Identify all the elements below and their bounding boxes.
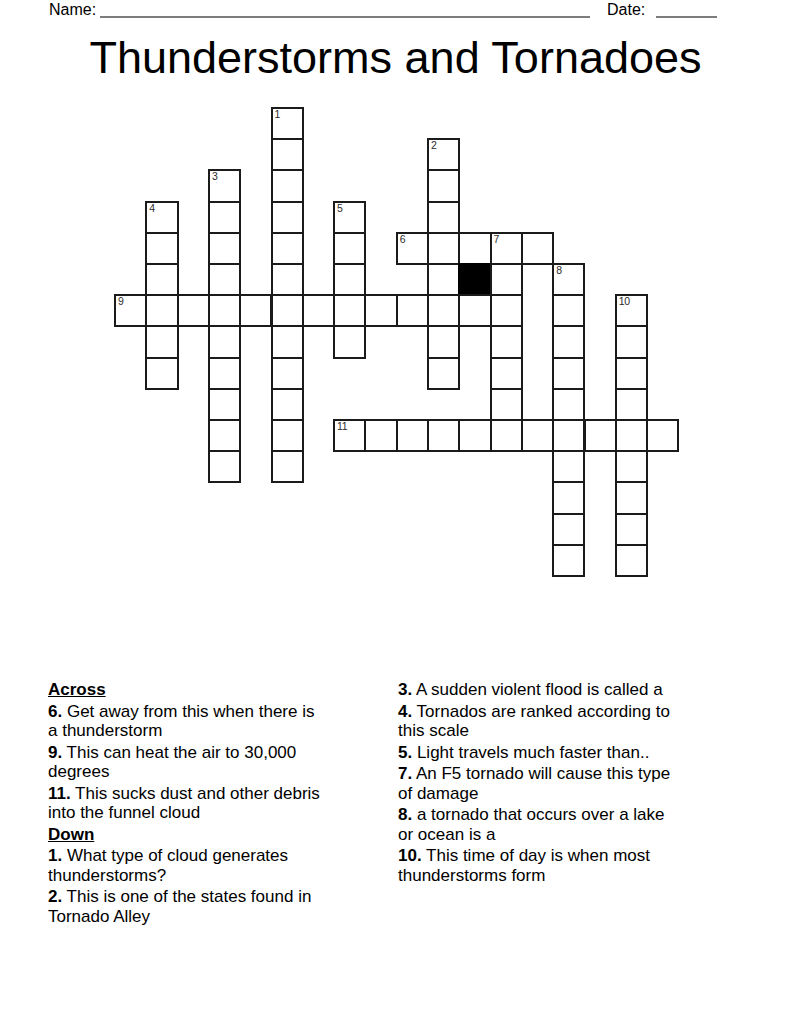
grid-cell-r12c16[interactable]	[615, 481, 648, 514]
grid-cell-r10c15[interactable]	[584, 419, 617, 452]
grid-cell-r4c3[interactable]	[208, 232, 241, 265]
clue-down-4: 4. Tornados are ranked according to this…	[398, 702, 776, 741]
grid-cell-r4c13[interactable]	[521, 232, 554, 265]
cell-number-11: 11	[337, 421, 347, 432]
grid-cell-r7c16[interactable]	[615, 325, 648, 358]
grid-cell-r4c7[interactable]	[333, 232, 366, 265]
clue-text: Light travels much faster than..	[412, 743, 649, 762]
clue-text: This is one of the states found in Torna…	[48, 887, 311, 926]
grid-cell-r10c5[interactable]	[271, 419, 304, 452]
grid-cell-r2c10[interactable]	[427, 169, 460, 202]
grid-cell-r1c10[interactable]: 2	[427, 138, 460, 171]
grid-cell-r7c3[interactable]	[208, 325, 241, 358]
clue-number: 6.	[48, 702, 62, 721]
across-clues-list: 6. Get away from this when there is a th…	[48, 702, 410, 823]
clue-text: What type of cloud generates thunderstor…	[48, 846, 288, 885]
grid-cell-r6c7[interactable]	[333, 294, 366, 327]
grid-cell-r9c3[interactable]	[208, 388, 241, 421]
grid-cell-r5c7[interactable]	[333, 263, 366, 296]
clue-down-1: 1. What type of cloud generates thunders…	[48, 846, 410, 885]
grid-cell-r7c12[interactable]	[490, 325, 523, 358]
grid-cell-r5c10[interactable]	[427, 263, 460, 296]
grid-cell-r10c9[interactable]	[396, 419, 429, 452]
grid-cell-r11c3[interactable]	[208, 450, 241, 483]
cell-number-1: 1	[275, 109, 281, 120]
clue-number: 7.	[398, 764, 412, 783]
clue-down-10: 10. This time of day is when most thunde…	[398, 846, 776, 885]
down-clues-list-left: 1. What type of cloud generates thunders…	[48, 846, 410, 926]
clue-number: 10.	[398, 846, 422, 865]
clue-text: Tornados are ranked according to this sc…	[398, 702, 670, 741]
clue-text: A sudden violent flood is called a	[412, 680, 662, 699]
worksheet-page: Name: Date: Thunderstorms and Tornadoes …	[0, 0, 791, 1024]
grid-cell-r10c3[interactable]	[208, 419, 241, 452]
grid-cell-r9c5[interactable]	[271, 388, 304, 421]
grid-cell-r13c14[interactable]	[552, 513, 585, 546]
grid-cell-r4c9[interactable]: 6	[396, 232, 429, 265]
grid-cell-r8c1[interactable]	[145, 357, 178, 390]
grid-cell-r10c13[interactable]	[521, 419, 554, 452]
grid-cell-r8c12[interactable]	[490, 357, 523, 390]
grid-cell-r0c5[interactable]: 1	[271, 107, 304, 140]
clues-column-right: 3. A sudden violent flood is called a4. …	[398, 680, 776, 887]
grid-cell-r4c5[interactable]	[271, 232, 304, 265]
clue-number: 3.	[398, 680, 412, 699]
clue-text: a tornado that occurs over a lake or oce…	[398, 805, 665, 844]
clue-number: 9.	[48, 743, 62, 762]
grid-cell-r3c3[interactable]	[208, 201, 241, 234]
cell-number-4: 4	[149, 203, 155, 214]
grid-cell-r5c1[interactable]	[145, 263, 178, 296]
grid-cell-r12c14[interactable]	[552, 481, 585, 514]
grid-cell-r2c3[interactable]: 3	[208, 169, 241, 202]
clue-across-6: 6. Get away from this when there is a th…	[48, 702, 410, 741]
down-heading: Down	[48, 825, 410, 845]
clue-text: An F5 tornado will cause this type of da…	[398, 764, 670, 803]
clue-number: 11.	[48, 784, 71, 803]
across-heading: Across	[48, 680, 410, 700]
cell-number-3: 3	[212, 171, 218, 182]
date-label: Date:	[607, 1, 645, 19]
grid-cell-r6c1[interactable]	[145, 294, 178, 327]
grid-cell-r10c16[interactable]	[615, 419, 648, 452]
grid-cell-r6c9[interactable]	[396, 294, 429, 327]
clue-number: 8.	[398, 805, 412, 824]
grid-cell-r10c10[interactable]	[427, 419, 460, 452]
grid-cell-r6c5[interactable]	[271, 294, 304, 327]
grid-cell-r3c10[interactable]	[427, 201, 460, 234]
cell-number-10: 10	[619, 296, 630, 307]
grid-cell-r11c5[interactable]	[271, 450, 304, 483]
grid-cell-r11c16[interactable]	[615, 450, 648, 483]
clue-number: 2.	[48, 887, 62, 906]
grid-cell-r6c3[interactable]	[208, 294, 241, 327]
grid-cell-r7c1[interactable]	[145, 325, 178, 358]
grid-cell-r7c10[interactable]	[427, 325, 460, 358]
grid-cell-r6c11[interactable]	[458, 294, 491, 327]
grid-cell-r10c7[interactable]: 11	[333, 419, 366, 452]
grid-cell-r6c6[interactable]	[302, 294, 335, 327]
grid-cell-r14c14[interactable]	[552, 544, 585, 577]
grid-cell-r3c5[interactable]	[271, 201, 304, 234]
grid-cell-r8c10[interactable]	[427, 357, 460, 390]
grid-cell-r10c17[interactable]	[646, 419, 679, 452]
grid-cell-r9c16[interactable]	[615, 388, 648, 421]
grid-cell-r6c2[interactable]	[177, 294, 210, 327]
grid-cell-r7c5[interactable]	[271, 325, 304, 358]
grid-cell-r4c12[interactable]: 7	[490, 232, 523, 265]
clue-number: 1.	[48, 846, 62, 865]
cell-number-2: 2	[431, 140, 437, 151]
grid-cell-r5c12[interactable]	[490, 263, 523, 296]
grid-cell-r10c12[interactable]	[490, 419, 523, 452]
grid-cell-r8c3[interactable]	[208, 357, 241, 390]
clue-text: This can heat the air to 30,000 degrees	[48, 743, 296, 782]
grid-cell-r14c16[interactable]	[615, 544, 648, 577]
clue-down-7: 7. An F5 tornado will cause this type of…	[398, 764, 776, 803]
cell-number-9: 9	[118, 296, 124, 307]
grid-cell-r10c14[interactable]	[552, 419, 585, 452]
grid-cell-r9c14[interactable]	[552, 388, 585, 421]
clue-down-5: 5. Light travels much faster than..	[398, 743, 776, 763]
black-cell	[458, 263, 491, 296]
grid-cell-r2c5[interactable]	[271, 169, 304, 202]
cell-number-6: 6	[400, 234, 406, 245]
grid-cell-r7c14[interactable]	[552, 325, 585, 358]
grid-cell-r6c16[interactable]: 10	[615, 294, 648, 327]
grid-cell-r6c0[interactable]: 9	[114, 294, 147, 327]
cell-number-7: 7	[494, 234, 500, 245]
clues-column-left: Across 6. Get away from this when there …	[48, 680, 410, 928]
grid-cell-r6c14[interactable]	[552, 294, 585, 327]
clue-down-2: 2. This is one of the states found in To…	[48, 887, 410, 926]
grid-cell-r1c5[interactable]	[271, 138, 304, 171]
clue-text: Get away from this when there is a thund…	[48, 702, 314, 741]
clue-number: 5.	[398, 743, 412, 762]
grid-cell-r8c14[interactable]	[552, 357, 585, 390]
clue-across-9: 9. This can heat the air to 30,000 degre…	[48, 743, 410, 782]
grid-cell-r8c16[interactable]	[615, 357, 648, 390]
grid-cell-r3c1[interactable]: 4	[145, 201, 178, 234]
grid-cell-r9c12[interactable]	[490, 388, 523, 421]
grid-cell-r6c10[interactable]	[427, 294, 460, 327]
clue-text: This sucks dust and other debris into th…	[48, 784, 320, 823]
grid-cell-r6c4[interactable]	[239, 294, 272, 327]
page-title: Thunderstorms and Tornadoes	[0, 34, 791, 82]
grid-cell-r11c14[interactable]	[552, 450, 585, 483]
grid-cell-r6c12[interactable]	[490, 294, 523, 327]
grid-cell-r5c14[interactable]: 8	[552, 263, 585, 296]
name-blank-line[interactable]	[100, 1, 590, 18]
cell-number-8: 8	[556, 265, 562, 276]
grid-cell-r4c10[interactable]	[427, 232, 460, 265]
grid-cell-r10c8[interactable]	[364, 419, 397, 452]
grid-cell-r13c16[interactable]	[615, 513, 648, 546]
clue-across-11: 11. This sucks dust and other debris int…	[48, 784, 410, 823]
cell-number-5: 5	[337, 203, 343, 214]
clue-down-8: 8. a tornado that occurs over a lake or …	[398, 805, 776, 844]
grid-cell-r3c7[interactable]: 5	[333, 201, 366, 234]
grid-cell-r5c3[interactable]	[208, 263, 241, 296]
clue-down-3: 3. A sudden violent flood is called a	[398, 680, 776, 700]
name-label: Name:	[49, 1, 96, 19]
grid-cell-r5c5[interactable]	[271, 263, 304, 296]
date-blank-line[interactable]	[656, 1, 717, 18]
grid-cell-r8c5[interactable]	[271, 357, 304, 390]
grid-cell-r7c7[interactable]	[333, 325, 366, 358]
grid-cell-r10c11[interactable]	[458, 419, 491, 452]
clue-number: 4.	[398, 702, 412, 721]
grid-cell-r6c8[interactable]	[364, 294, 397, 327]
grid-cell-r4c11[interactable]	[458, 232, 491, 265]
clue-text: This time of day is when most thundersto…	[398, 846, 650, 885]
down-clues-list-right: 3. A sudden violent flood is called a4. …	[398, 680, 776, 885]
grid-cell-r4c1[interactable]	[145, 232, 178, 265]
